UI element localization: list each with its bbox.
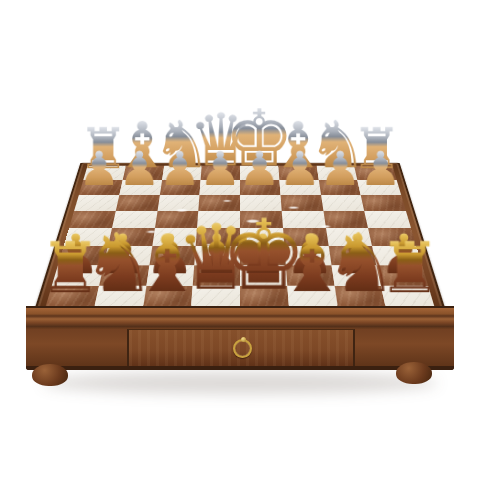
square-c7: ♟ (159, 180, 200, 195)
bun-foot-right (396, 362, 432, 384)
piece-a7-black-pawn: ♟ (79, 145, 121, 192)
storage-drawer (127, 329, 355, 366)
square-g6 (321, 195, 365, 211)
drawer-band (26, 329, 454, 366)
square-h1: ♜ (381, 286, 435, 308)
square-f7: ♟ (279, 180, 320, 195)
square-a6 (74, 195, 119, 211)
brass-ring-pull-icon (233, 339, 252, 358)
case-bottom-edge (26, 366, 454, 370)
product-photo-stage: ♜♝♞♛♚♝♞♜♟♟♟♟♟♟♟♟♟♟♟♟♟♟♟♟♜♞♝♛♚♝♞♜ (0, 0, 480, 480)
piece-c7-black-pawn: ♟ (159, 145, 201, 192)
case-molding (26, 308, 454, 329)
chess-board: ♜♝♞♛♚♝♞♜♟♟♟♟♟♟♟♟♟♟♟♟♟♟♟♟♜♞♝♛♚♝♞♜ (45, 166, 434, 308)
bun-foot-left (32, 364, 68, 386)
perspective-wrapper: ♜♝♞♛♚♝♞♜♟♟♟♟♟♟♟♟♟♟♟♟♟♟♟♟♜♞♝♛♚♝♞♜ (0, 0, 480, 480)
piece-f7-black-pawn: ♟ (279, 145, 321, 192)
square-e7: ♟ (240, 180, 280, 195)
square-b7: ♟ (119, 180, 162, 195)
piece-g7-black-pawn: ♟ (319, 145, 361, 192)
square-h6 (361, 195, 406, 211)
piece-h7-black-pawn: ♟ (359, 145, 401, 192)
board-plane: ♜♝♞♛♚♝♞♜♟♟♟♟♟♟♟♟♟♟♟♟♟♟♟♟♜♞♝♛♚♝♞♜ (33, 163, 446, 313)
piece-e7-black-pawn: ♟ (239, 145, 281, 192)
piece-d7-black-pawn: ♟ (199, 145, 241, 192)
square-a7: ♟ (79, 180, 123, 195)
case-front (26, 306, 454, 370)
square-d7: ♟ (200, 180, 240, 195)
square-b6 (116, 195, 160, 211)
piece-b7-black-pawn: ♟ (119, 145, 161, 192)
piece-h1-white-rook: ♜ (378, 233, 441, 303)
square-g7: ♟ (318, 180, 361, 195)
square-h7: ♟ (358, 180, 402, 195)
